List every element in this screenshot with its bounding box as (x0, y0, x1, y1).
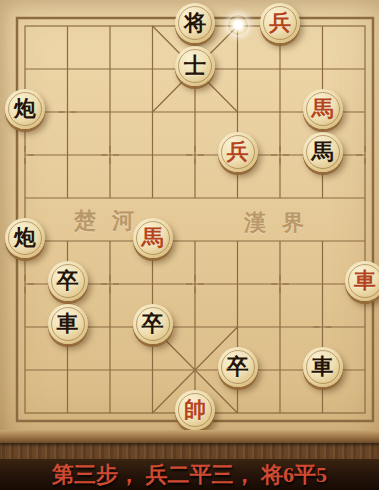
piece-black-soldier[interactable]: 卒 (48, 261, 88, 301)
move-caption-bar: 第三步， 兵二平三， 将6平5 (0, 459, 379, 490)
piece-black-chariot[interactable]: 車 (48, 304, 88, 344)
piece-red-general[interactable]: 帥 (175, 390, 215, 430)
piece-black-soldier[interactable]: 卒 (218, 347, 258, 387)
wood-grain-band (0, 443, 379, 459)
piece-red-horse[interactable]: 馬 (303, 89, 343, 129)
piece-red-horse[interactable]: 馬 (133, 218, 173, 258)
piece-black-advisor[interactable]: 士 (175, 46, 215, 86)
piece-black-general[interactable]: 将 (175, 3, 215, 43)
piece-red-soldier[interactable]: 兵 (260, 3, 300, 43)
piece-black-soldier[interactable]: 卒 (133, 304, 173, 344)
piece-black-horse[interactable]: 馬 (303, 132, 343, 172)
board-edge-bevel (0, 430, 379, 443)
piece-black-chariot[interactable]: 車 (303, 347, 343, 387)
xiangqi-board[interactable]: 楚河 漢界 将兵士炮馬兵馬炮馬卒車車卒卒車帥 (0, 0, 379, 443)
piece-red-soldier[interactable]: 兵 (218, 132, 258, 172)
piece-black-cannon[interactable]: 炮 (5, 218, 45, 258)
move-caption-text: 第三步， 兵二平三， 将6平5 (52, 460, 327, 490)
xiangqi-app-screen: 楚河 漢界 将兵士炮馬兵馬炮馬卒車車卒卒車帥 第三步， 兵二平三， 将6平5 (0, 0, 379, 490)
last-move-indicator (228, 15, 248, 35)
piece-red-chariot[interactable]: 車 (345, 261, 379, 301)
piece-black-cannon[interactable]: 炮 (5, 89, 45, 129)
pieces-layer: 将兵士炮馬兵馬炮馬卒車車卒卒車帥 (4, 5, 379, 435)
